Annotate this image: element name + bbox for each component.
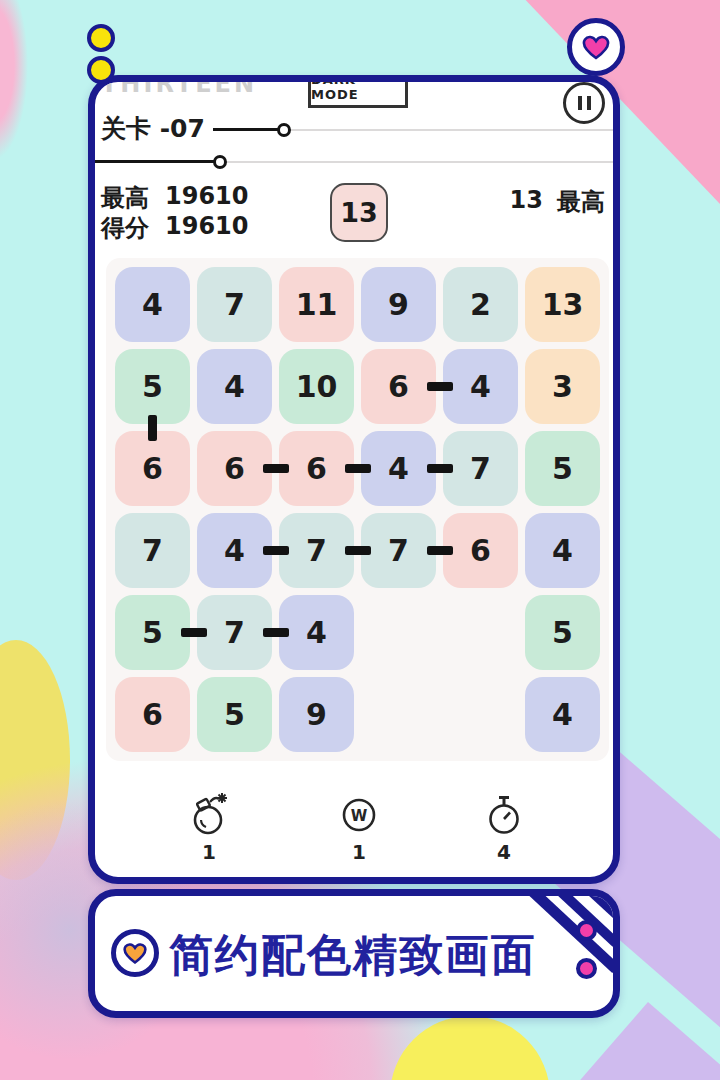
stopwatch-icon bbox=[472, 788, 536, 838]
board-cell[interactable]: 2 bbox=[443, 267, 518, 342]
dark-mode-button[interactable]: DARK MODE bbox=[308, 75, 408, 108]
board-cell[interactable]: 5 bbox=[525, 595, 600, 670]
board-cell[interactable]: 3 bbox=[525, 349, 600, 424]
slider-knob[interactable] bbox=[277, 123, 291, 137]
link-connector-horizontal bbox=[427, 546, 453, 555]
screenshot-stage: THIRTEEN DARK MODE 关卡 -07 最高 19610 得分 19… bbox=[0, 0, 720, 1080]
board-cell[interactable]: 6 bbox=[115, 677, 190, 752]
board-cell[interactable]: 10 bbox=[279, 349, 354, 424]
board-cell-empty bbox=[443, 595, 518, 670]
banner-heart-badge bbox=[111, 929, 159, 977]
board-cell[interactable]: 4 bbox=[197, 513, 272, 588]
board-cell[interactable]: 7 bbox=[361, 513, 436, 588]
board-cell[interactable]: 7 bbox=[197, 267, 272, 342]
tile-grid: 47119213541064366647574776457456594 bbox=[106, 258, 609, 761]
board-cell[interactable]: 11 bbox=[279, 267, 354, 342]
target-value: 13 bbox=[340, 197, 378, 228]
board-cell[interactable]: 13 bbox=[525, 267, 600, 342]
yellow-dot-icon bbox=[87, 56, 115, 84]
board-cell[interactable]: 6 bbox=[279, 431, 354, 506]
heart-badge-icon bbox=[567, 18, 625, 76]
w-circle-icon: W bbox=[327, 788, 391, 838]
app-logo-text: THIRTEEN bbox=[101, 75, 257, 98]
board-cell[interactable]: 5 bbox=[525, 431, 600, 506]
board-cell[interactable]: 6 bbox=[115, 431, 190, 506]
board-cell[interactable]: 7 bbox=[197, 595, 272, 670]
bg-pink-sliver bbox=[0, 0, 28, 160]
board-cell[interactable]: 7 bbox=[443, 431, 518, 506]
orange-heart-icon bbox=[122, 941, 148, 965]
board-cell[interactable]: 6 bbox=[197, 431, 272, 506]
best-tile-readout: 13 最高 bbox=[510, 186, 605, 218]
board-cell[interactable]: 4 bbox=[361, 431, 436, 506]
board-cell[interactable]: 4 bbox=[525, 513, 600, 588]
game-screen-card: THIRTEEN DARK MODE 关卡 -07 最高 19610 得分 19… bbox=[88, 75, 620, 884]
puzzle-board: 47119213541064366647574776457456594 bbox=[106, 258, 609, 761]
powerup-count: 1 bbox=[327, 840, 391, 864]
score-value: 19610 bbox=[165, 212, 249, 244]
level-label: 关卡 -07 bbox=[101, 112, 205, 145]
powerup-count: 4 bbox=[472, 840, 536, 864]
link-connector-horizontal bbox=[427, 382, 453, 391]
slider-fill bbox=[213, 128, 279, 131]
right-label: 最高 bbox=[557, 186, 605, 218]
pause-icon bbox=[587, 96, 591, 110]
current-score-line: 得分 19610 bbox=[101, 212, 249, 244]
pause-icon bbox=[578, 96, 582, 110]
slider-fill bbox=[95, 160, 215, 163]
best-label: 最高 bbox=[101, 182, 149, 214]
magenta-heart-icon bbox=[581, 33, 611, 61]
link-connector-horizontal bbox=[263, 546, 289, 555]
board-cell[interactable]: 7 bbox=[115, 513, 190, 588]
bomb-icon bbox=[177, 788, 241, 838]
board-cell-empty bbox=[443, 677, 518, 752]
board-cell[interactable]: 4 bbox=[115, 267, 190, 342]
link-connector-horizontal bbox=[345, 546, 371, 555]
board-cell[interactable]: 4 bbox=[443, 349, 518, 424]
board-cell[interactable]: 5 bbox=[115, 349, 190, 424]
board-cell[interactable]: 6 bbox=[443, 513, 518, 588]
banner-dot-icon bbox=[576, 920, 597, 941]
pause-button[interactable] bbox=[563, 82, 605, 124]
board-cell[interactable]: 4 bbox=[197, 349, 272, 424]
board-cell[interactable]: 4 bbox=[279, 595, 354, 670]
powerup-w-circle[interactable]: W 1 bbox=[327, 788, 391, 864]
board-cell[interactable]: 6 bbox=[361, 349, 436, 424]
board-cell[interactable]: 9 bbox=[279, 677, 354, 752]
yellow-dot-icon bbox=[87, 24, 115, 52]
board-cell[interactable]: 5 bbox=[115, 595, 190, 670]
board-cell[interactable]: 7 bbox=[279, 513, 354, 588]
best-value: 19610 bbox=[165, 182, 249, 214]
score-label: 得分 bbox=[101, 212, 149, 244]
best-score-line: 最高 19610 bbox=[101, 182, 249, 214]
slider-knob[interactable] bbox=[213, 155, 227, 169]
target-number-tile: 13 bbox=[330, 183, 388, 242]
promo-banner: 简约配色精致画面 bbox=[88, 889, 620, 1018]
link-connector-vertical bbox=[148, 415, 157, 441]
dark-mode-label: DARK MODE bbox=[311, 75, 405, 102]
link-connector-horizontal bbox=[181, 628, 207, 637]
board-cell[interactable]: 5 bbox=[197, 677, 272, 752]
link-connector-horizontal bbox=[263, 628, 289, 637]
board-cell[interactable]: 9 bbox=[361, 267, 436, 342]
link-connector-horizontal bbox=[345, 464, 371, 473]
banner-slogan: 简约配色精致画面 bbox=[169, 926, 569, 985]
board-cell-empty bbox=[361, 595, 436, 670]
powerup-bomb[interactable]: 1 bbox=[177, 788, 241, 864]
banner-dot-icon bbox=[576, 958, 597, 979]
powerup-count: 1 bbox=[177, 840, 241, 864]
link-connector-horizontal bbox=[263, 464, 289, 473]
powerup-stopwatch[interactable]: 4 bbox=[472, 788, 536, 864]
board-cell-empty bbox=[361, 677, 436, 752]
board-cell[interactable]: 4 bbox=[525, 677, 600, 752]
link-connector-horizontal bbox=[427, 464, 453, 473]
svg-text:W: W bbox=[351, 807, 368, 825]
right-value: 13 bbox=[510, 186, 543, 218]
